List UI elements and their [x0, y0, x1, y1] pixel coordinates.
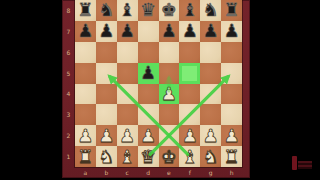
- square-b8: ♞: [96, 0, 117, 21]
- square-a3: [75, 104, 96, 125]
- rank-label-4: 4: [62, 84, 75, 105]
- square-g5: [200, 63, 221, 84]
- square-c3: [117, 104, 138, 125]
- square-c4: [117, 84, 138, 105]
- rank-label-8: 8: [62, 0, 75, 21]
- square-f6: [179, 42, 200, 63]
- piece-black-rook: ♜: [77, 1, 93, 19]
- piece-black-king: ♚: [161, 1, 177, 19]
- square-d7: [138, 21, 159, 42]
- piece-white-pawn: ♟: [182, 127, 198, 145]
- piece-black-bishop: ♝: [182, 1, 198, 19]
- rank-label-3: 3: [62, 104, 75, 125]
- square-c6: [117, 42, 138, 63]
- square-b7: ♟: [96, 21, 117, 42]
- square-c1: ♝: [117, 146, 138, 167]
- rank-labels: 87654321: [62, 0, 75, 167]
- watermark-bar: [292, 156, 297, 170]
- piece-black-pawn: ♟: [203, 22, 219, 40]
- square-a1: ♜: [75, 146, 96, 167]
- rank-label-5: 5: [62, 63, 75, 84]
- piece-black-queen: ♛: [140, 1, 156, 19]
- square-f1: ♝: [179, 146, 200, 167]
- piece-black-rook: ♜: [223, 1, 239, 19]
- piece-black-pawn: ♟: [140, 64, 156, 82]
- square-e5: [159, 63, 180, 84]
- square-a8: ♜: [75, 0, 96, 21]
- piece-black-pawn: ♟: [161, 22, 177, 40]
- square-g8: ♞: [200, 0, 221, 21]
- file-labels: abcdefgh: [75, 167, 242, 178]
- file-label-c: c: [117, 167, 138, 178]
- square-e3: [159, 104, 180, 125]
- square-g2: ♟: [200, 125, 221, 146]
- piece-white-pawn: ♟: [119, 127, 135, 145]
- piece-white-pawn: ♟: [161, 85, 177, 103]
- square-h8: ♜: [221, 0, 242, 21]
- square-e6: [159, 42, 180, 63]
- rank-label-1: 1: [62, 146, 75, 167]
- file-label-g: g: [200, 167, 221, 178]
- piece-black-knight: ♞: [98, 1, 114, 19]
- watermark-logo: [292, 156, 313, 173]
- piece-black-knight: ♞: [203, 1, 219, 19]
- square-e2: [159, 125, 180, 146]
- square-h7: ♟: [221, 21, 242, 42]
- file-label-d: d: [138, 167, 159, 178]
- watermark-text: [298, 161, 312, 169]
- piece-white-pawn: ♟: [77, 127, 93, 145]
- piece-black-bishop: ♝: [119, 1, 135, 19]
- file-label-a: a: [75, 167, 96, 178]
- piece-white-knight: ♞: [98, 148, 114, 166]
- square-a2: ♟: [75, 125, 96, 146]
- piece-black-pawn: ♟: [182, 22, 198, 40]
- piece-white-knight: ♞: [203, 148, 219, 166]
- piece-white-king: ♚: [161, 148, 177, 166]
- square-f5: [179, 63, 200, 84]
- square-c8: ♝: [117, 0, 138, 21]
- file-label-h: h: [221, 167, 242, 178]
- piece-white-pawn: ♟: [140, 127, 156, 145]
- square-a7: ♟: [75, 21, 96, 42]
- file-label-f: f: [179, 167, 200, 178]
- square-h6: [221, 42, 242, 63]
- video-frame: 87654321 ♜♞♝♛♚♝♞♜♟♟♟♟♟♟♟♟♟♟♟♟♟♟♟♟♜♞♝♛♚♝♞…: [0, 0, 320, 180]
- square-a6: [75, 42, 96, 63]
- piece-black-pawn: ♟: [223, 22, 239, 40]
- piece-black-pawn: ♟: [98, 22, 114, 40]
- square-h1: ♜: [221, 146, 242, 167]
- square-b6: [96, 42, 117, 63]
- piece-black-pawn: ♟: [77, 22, 93, 40]
- rank-label-2: 2: [62, 125, 75, 146]
- file-label-e: e: [159, 167, 180, 178]
- square-b5: [96, 63, 117, 84]
- square-g7: ♟: [200, 21, 221, 42]
- square-e8: ♚: [159, 0, 180, 21]
- square-e7: ♟: [159, 21, 180, 42]
- square-d6: [138, 42, 159, 63]
- square-b4: [96, 84, 117, 105]
- square-d8: ♛: [138, 0, 159, 21]
- square-b2: ♟: [96, 125, 117, 146]
- square-h4: [221, 84, 242, 105]
- square-d2: ♟: [138, 125, 159, 146]
- piece-white-pawn: ♟: [203, 127, 219, 145]
- square-g4: [200, 84, 221, 105]
- chess-board: ♜♞♝♛♚♝♞♜♟♟♟♟♟♟♟♟♟♟♟♟♟♟♟♟♜♞♝♛♚♝♞♜: [75, 0, 242, 167]
- piece-white-bishop: ♝: [119, 148, 135, 166]
- piece-white-pawn: ♟: [98, 127, 114, 145]
- square-d1: ♛: [138, 146, 159, 167]
- square-b1: ♞: [96, 146, 117, 167]
- piece-black-pawn: ♟: [119, 22, 135, 40]
- piece-white-rook: ♜: [77, 148, 93, 166]
- square-h5: [221, 63, 242, 84]
- piece-white-bishop: ♝: [182, 148, 198, 166]
- square-d3: [138, 104, 159, 125]
- square-c5: [117, 63, 138, 84]
- square-d4: [138, 84, 159, 105]
- square-f7: ♟: [179, 21, 200, 42]
- square-c2: ♟: [117, 125, 138, 146]
- square-g3: [200, 104, 221, 125]
- square-f2: ♟: [179, 125, 200, 146]
- piece-white-rook: ♜: [223, 148, 239, 166]
- square-f8: ♝: [179, 0, 200, 21]
- square-c7: ♟: [117, 21, 138, 42]
- square-a5: [75, 63, 96, 84]
- square-g1: ♞: [200, 146, 221, 167]
- square-h3: [221, 104, 242, 125]
- square-a4: [75, 84, 96, 105]
- square-f3: [179, 104, 200, 125]
- square-h2: ♟: [221, 125, 242, 146]
- rank-label-7: 7: [62, 21, 75, 42]
- piece-white-pawn: ♟: [223, 127, 239, 145]
- file-label-b: b: [96, 167, 117, 178]
- chess-board-frame: 87654321 ♜♞♝♛♚♝♞♜♟♟♟♟♟♟♟♟♟♟♟♟♟♟♟♟♜♞♝♛♚♝♞…: [62, 0, 250, 178]
- square-e4: ♟: [159, 84, 180, 105]
- square-f4: [179, 84, 200, 105]
- square-b3: [96, 104, 117, 125]
- piece-white-queen: ♛: [140, 148, 156, 166]
- square-e1: ♚: [159, 146, 180, 167]
- square-g6: [200, 42, 221, 63]
- rank-label-6: 6: [62, 42, 75, 63]
- square-d5: ♟: [138, 63, 159, 84]
